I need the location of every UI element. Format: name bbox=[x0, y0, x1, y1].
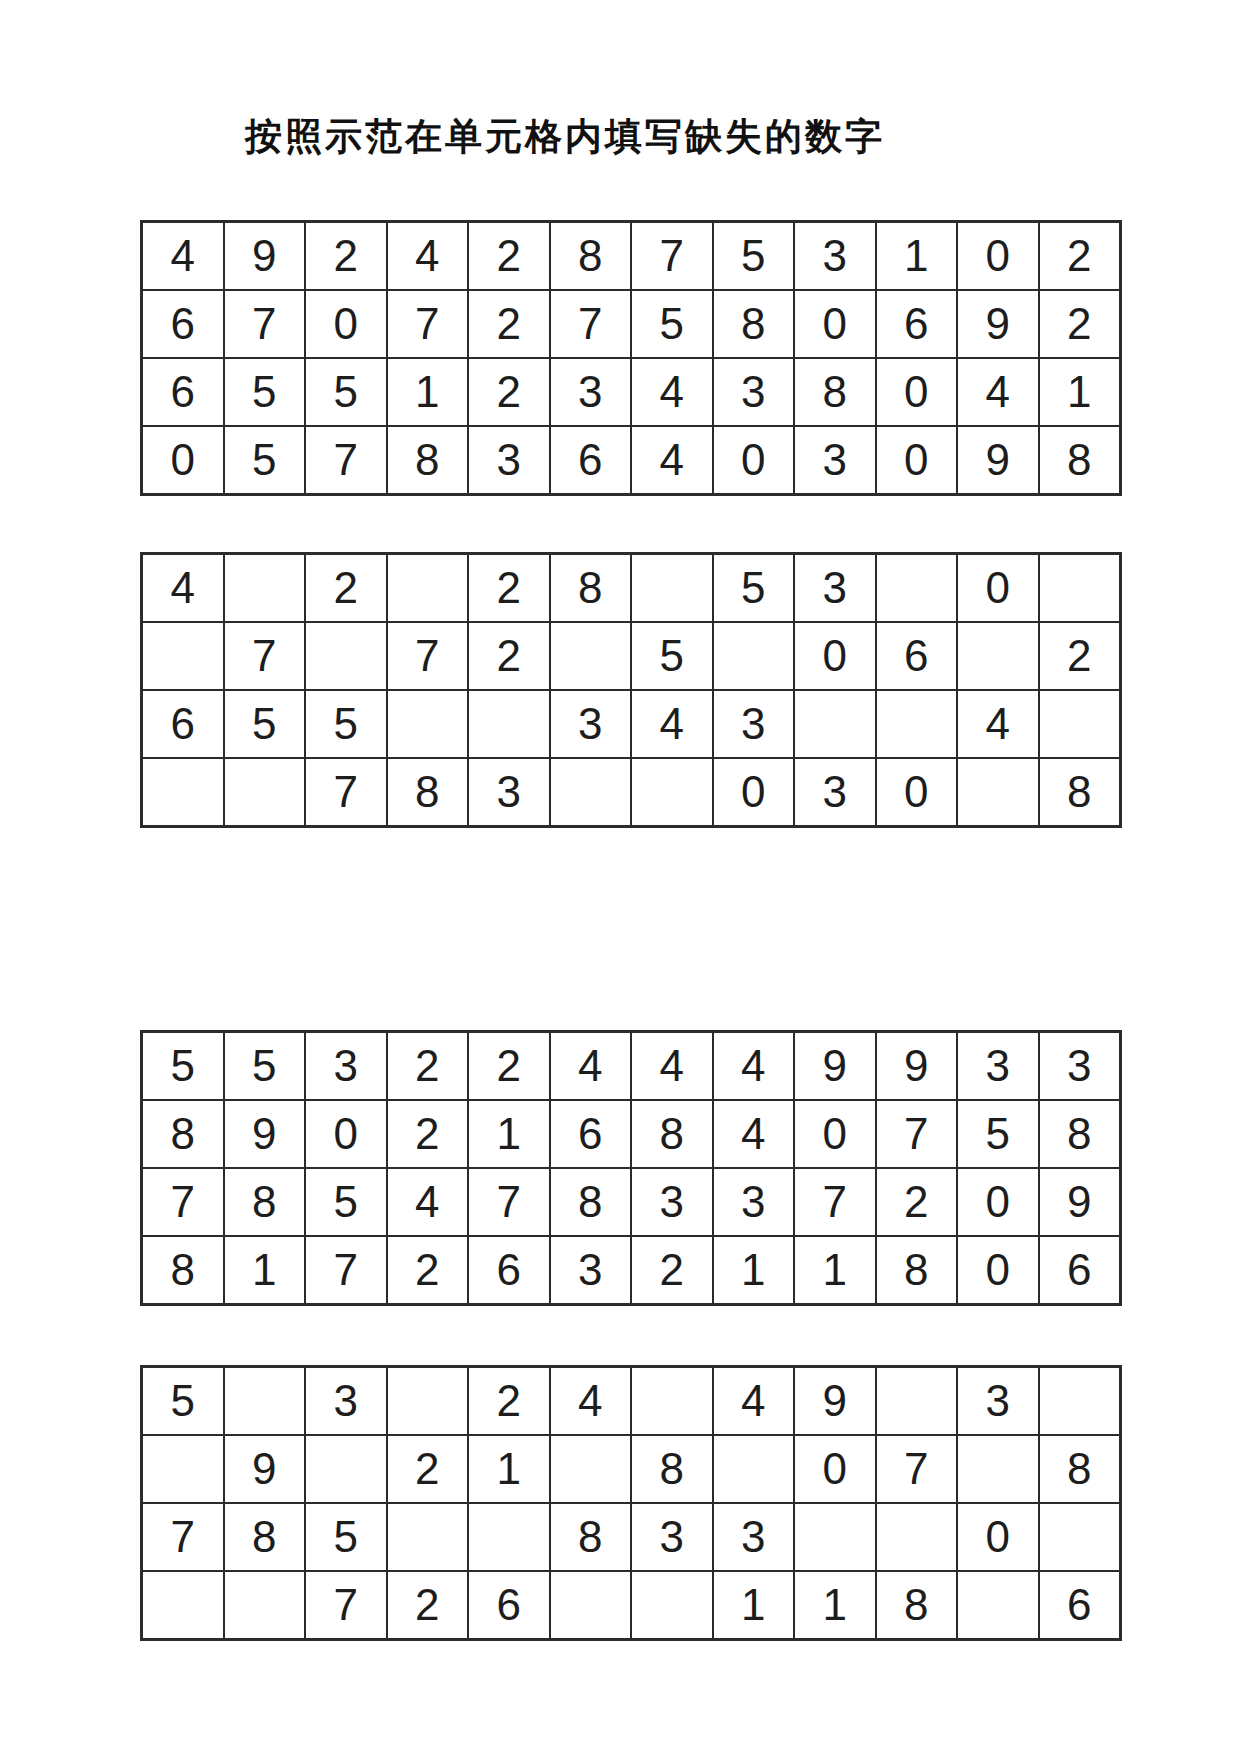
digit-cell-g1-r1-c8: 5 bbox=[713, 222, 795, 290]
digit-cell-g3-r3-c8: 3 bbox=[713, 1168, 795, 1236]
empty-cell-g2-r2-c1[interactable] bbox=[142, 622, 224, 690]
digit-cell-g1-r4-c9: 3 bbox=[794, 426, 876, 494]
digit-cell-g4-r3-c7: 3 bbox=[631, 1503, 713, 1571]
empty-cell-g4-r4-c2[interactable] bbox=[224, 1571, 306, 1639]
digit-cell-g3-r1-c4: 2 bbox=[387, 1032, 469, 1100]
digit-cell-g4-r3-c1: 7 bbox=[142, 1503, 224, 1571]
digit-cell-g3-r1-c5: 2 bbox=[468, 1032, 550, 1100]
digit-cell-g4-r2-c10: 7 bbox=[876, 1435, 958, 1503]
digit-cell-g1-r3-c7: 4 bbox=[631, 358, 713, 426]
digit-cell-g3-r4-c7: 2 bbox=[631, 1236, 713, 1304]
digit-cell-g2-r1-c9: 3 bbox=[794, 554, 876, 622]
digit-cell-g3-r3-c2: 8 bbox=[224, 1168, 306, 1236]
digit-cell-g4-r4-c3: 7 bbox=[305, 1571, 387, 1639]
empty-cell-g2-r4-c6[interactable] bbox=[550, 758, 632, 826]
empty-cell-g2-r4-c1[interactable] bbox=[142, 758, 224, 826]
digit-cell-g2-r2-c9: 0 bbox=[794, 622, 876, 690]
digit-cell-g3-r3-c1: 7 bbox=[142, 1168, 224, 1236]
digit-cell-g3-r1-c12: 3 bbox=[1039, 1032, 1121, 1100]
digit-cell-g1-r2-c8: 8 bbox=[713, 290, 795, 358]
empty-cell-g4-r1-c10[interactable] bbox=[876, 1367, 958, 1435]
empty-cell-g4-r2-c3[interactable] bbox=[305, 1435, 387, 1503]
digit-cell-g4-r4-c9: 1 bbox=[794, 1571, 876, 1639]
digit-cell-g4-r3-c8: 3 bbox=[713, 1503, 795, 1571]
digit-cell-g4-r3-c2: 8 bbox=[224, 1503, 306, 1571]
empty-cell-g4-r1-c4[interactable] bbox=[387, 1367, 469, 1435]
digit-cell-g1-r4-c3: 7 bbox=[305, 426, 387, 494]
digit-cell-g2-r1-c8: 5 bbox=[713, 554, 795, 622]
digit-cell-g2-r4-c10: 0 bbox=[876, 758, 958, 826]
empty-cell-g2-r3-c12[interactable] bbox=[1039, 690, 1121, 758]
digit-cell-g3-r2-c8: 4 bbox=[713, 1100, 795, 1168]
digit-cell-g1-r3-c9: 8 bbox=[794, 358, 876, 426]
digit-cell-g1-r4-c6: 6 bbox=[550, 426, 632, 494]
example-grid-1: 4924287531026707275806926551234380410578… bbox=[140, 220, 1122, 496]
digit-cell-g2-r4-c4: 8 bbox=[387, 758, 469, 826]
digit-cell-g1-r3-c1: 6 bbox=[142, 358, 224, 426]
digit-cell-g3-r4-c11: 0 bbox=[957, 1236, 1039, 1304]
digit-cell-g3-r4-c1: 8 bbox=[142, 1236, 224, 1304]
digit-cell-g3-r4-c4: 2 bbox=[387, 1236, 469, 1304]
digit-cell-g2-r1-c1: 4 bbox=[142, 554, 224, 622]
digit-cell-g3-r3-c3: 5 bbox=[305, 1168, 387, 1236]
digit-cell-g1-r1-c10: 1 bbox=[876, 222, 958, 290]
digit-cell-g1-r3-c5: 2 bbox=[468, 358, 550, 426]
digit-cell-g4-r3-c3: 5 bbox=[305, 1503, 387, 1571]
digit-cell-g4-r3-c11: 0 bbox=[957, 1503, 1039, 1571]
digit-cell-g2-r3-c1: 6 bbox=[142, 690, 224, 758]
empty-cell-g2-r4-c2[interactable] bbox=[224, 758, 306, 826]
digit-cell-g1-r1-c12: 2 bbox=[1039, 222, 1121, 290]
digit-cell-g1-r4-c8: 0 bbox=[713, 426, 795, 494]
digit-cell-g3-r4-c5: 6 bbox=[468, 1236, 550, 1304]
digit-cell-g3-r2-c9: 0 bbox=[794, 1100, 876, 1168]
digit-cell-g2-r1-c6: 8 bbox=[550, 554, 632, 622]
fill-in-grid-1: 4228530772506265534347830308 bbox=[140, 552, 1122, 828]
digit-cell-g2-r4-c8: 0 bbox=[713, 758, 795, 826]
empty-cell-g2-r2-c6[interactable] bbox=[550, 622, 632, 690]
digit-cell-g3-r3-c9: 7 bbox=[794, 1168, 876, 1236]
digit-cell-g1-r3-c3: 5 bbox=[305, 358, 387, 426]
digit-cell-g1-r1-c9: 3 bbox=[794, 222, 876, 290]
digit-cell-g1-r1-c7: 7 bbox=[631, 222, 713, 290]
digit-cell-g1-r3-c11: 4 bbox=[957, 358, 1039, 426]
empty-cell-g4-r2-c6[interactable] bbox=[550, 1435, 632, 1503]
empty-cell-g2-r3-c9[interactable] bbox=[794, 690, 876, 758]
digit-cell-g4-r2-c9: 0 bbox=[794, 1435, 876, 1503]
digit-cell-g1-r1-c6: 8 bbox=[550, 222, 632, 290]
empty-cell-g2-r3-c4[interactable] bbox=[387, 690, 469, 758]
empty-cell-g4-r2-c1[interactable] bbox=[142, 1435, 224, 1503]
digit-cell-g2-r4-c9: 3 bbox=[794, 758, 876, 826]
empty-cell-g2-r1-c2[interactable] bbox=[224, 554, 306, 622]
digit-cell-g2-r1-c3: 2 bbox=[305, 554, 387, 622]
empty-cell-g2-r4-c7[interactable] bbox=[631, 758, 713, 826]
digit-cell-g1-r4-c2: 5 bbox=[224, 426, 306, 494]
digit-cell-g3-r2-c12: 8 bbox=[1039, 1100, 1121, 1168]
digit-cell-g1-r4-c11: 9 bbox=[957, 426, 1039, 494]
digit-cell-g2-r3-c11: 4 bbox=[957, 690, 1039, 758]
empty-cell-g4-r3-c5[interactable] bbox=[468, 1503, 550, 1571]
digit-cell-g1-r2-c9: 0 bbox=[794, 290, 876, 358]
empty-cell-g4-r1-c2[interactable] bbox=[224, 1367, 306, 1435]
digit-cell-g3-r2-c6: 6 bbox=[550, 1100, 632, 1168]
digit-cell-g3-r4-c9: 1 bbox=[794, 1236, 876, 1304]
digit-cell-g1-r1-c2: 9 bbox=[224, 222, 306, 290]
digit-cell-g1-r2-c10: 6 bbox=[876, 290, 958, 358]
digit-cell-g4-r1-c8: 4 bbox=[713, 1367, 795, 1435]
empty-cell-g4-r2-c8[interactable] bbox=[713, 1435, 795, 1503]
digit-cell-g4-r1-c1: 5 bbox=[142, 1367, 224, 1435]
digit-cell-g1-r4-c4: 8 bbox=[387, 426, 469, 494]
digit-cell-g3-r2-c4: 2 bbox=[387, 1100, 469, 1168]
digit-cell-g2-r3-c8: 3 bbox=[713, 690, 795, 758]
digit-cell-g4-r3-c6: 8 bbox=[550, 1503, 632, 1571]
empty-cell-g2-r1-c7[interactable] bbox=[631, 554, 713, 622]
digit-cell-g1-r2-c5: 2 bbox=[468, 290, 550, 358]
digit-cell-g1-r3-c6: 3 bbox=[550, 358, 632, 426]
digit-cell-g2-r2-c7: 5 bbox=[631, 622, 713, 690]
digit-cell-g3-r3-c6: 8 bbox=[550, 1168, 632, 1236]
digit-cell-g2-r1-c5: 2 bbox=[468, 554, 550, 622]
empty-cell-g4-r3-c10[interactable] bbox=[876, 1503, 958, 1571]
digit-cell-g1-r3-c4: 1 bbox=[387, 358, 469, 426]
digit-cell-g1-r1-c3: 2 bbox=[305, 222, 387, 290]
digit-cell-g4-r1-c5: 2 bbox=[468, 1367, 550, 1435]
digit-cell-g3-r2-c1: 8 bbox=[142, 1100, 224, 1168]
digit-cell-g3-r1-c6: 4 bbox=[550, 1032, 632, 1100]
digit-cell-g1-r4-c12: 8 bbox=[1039, 426, 1121, 494]
digit-cell-g4-r4-c4: 2 bbox=[387, 1571, 469, 1639]
digit-cell-g2-r2-c10: 6 bbox=[876, 622, 958, 690]
digit-cell-g3-r2-c5: 1 bbox=[468, 1100, 550, 1168]
digit-cell-g2-r3-c3: 5 bbox=[305, 690, 387, 758]
digit-cell-g1-r2-c2: 7 bbox=[224, 290, 306, 358]
digit-cell-g3-r2-c11: 5 bbox=[957, 1100, 1039, 1168]
digit-cell-g3-r2-c3: 0 bbox=[305, 1100, 387, 1168]
digit-cell-g3-r3-c7: 3 bbox=[631, 1168, 713, 1236]
digit-cell-g1-r1-c5: 2 bbox=[468, 222, 550, 290]
digit-cell-g1-r2-c6: 7 bbox=[550, 290, 632, 358]
digit-cell-g1-r1-c1: 4 bbox=[142, 222, 224, 290]
digit-cell-g4-r2-c7: 8 bbox=[631, 1435, 713, 1503]
digit-cell-g4-r2-c4: 2 bbox=[387, 1435, 469, 1503]
digit-cell-g3-r2-c2: 9 bbox=[224, 1100, 306, 1168]
digit-cell-g1-r2-c4: 7 bbox=[387, 290, 469, 358]
fill-in-grid-2: 5324493921807878583307261186 bbox=[140, 1365, 1122, 1641]
empty-cell-g2-r2-c11[interactable] bbox=[957, 622, 1039, 690]
empty-cell-g4-r1-c12[interactable] bbox=[1039, 1367, 1121, 1435]
empty-cell-g4-r4-c6[interactable] bbox=[550, 1571, 632, 1639]
empty-cell-g4-r1-c7[interactable] bbox=[631, 1367, 713, 1435]
empty-cell-g4-r4-c1[interactable] bbox=[142, 1571, 224, 1639]
empty-cell-g4-r3-c9[interactable] bbox=[794, 1503, 876, 1571]
digit-cell-g3-r4-c2: 1 bbox=[224, 1236, 306, 1304]
digit-cell-g4-r1-c9: 9 bbox=[794, 1367, 876, 1435]
empty-cell-g4-r4-c7[interactable] bbox=[631, 1571, 713, 1639]
digit-cell-g4-r1-c6: 4 bbox=[550, 1367, 632, 1435]
digit-cell-g2-r4-c5: 3 bbox=[468, 758, 550, 826]
digit-cell-g4-r4-c8: 1 bbox=[713, 1571, 795, 1639]
digit-cell-g1-r1-c11: 0 bbox=[957, 222, 1039, 290]
example-grid-2: 5532244499338902168407587854783372098172… bbox=[140, 1030, 1122, 1306]
digit-cell-g3-r1-c8: 4 bbox=[713, 1032, 795, 1100]
digit-cell-g4-r1-c3: 3 bbox=[305, 1367, 387, 1435]
digit-cell-g1-r1-c4: 4 bbox=[387, 222, 469, 290]
digit-cell-g2-r2-c5: 2 bbox=[468, 622, 550, 690]
digit-cell-g2-r4-c12: 8 bbox=[1039, 758, 1121, 826]
digit-cell-g3-r1-c2: 5 bbox=[224, 1032, 306, 1100]
digit-cell-g4-r4-c5: 6 bbox=[468, 1571, 550, 1639]
worksheet-title: 按照示范在单元格内填写缺失的数字 bbox=[0, 112, 1130, 162]
digit-cell-g3-r1-c11: 3 bbox=[957, 1032, 1039, 1100]
digit-cell-g3-r2-c7: 8 bbox=[631, 1100, 713, 1168]
digit-cell-g3-r1-c3: 3 bbox=[305, 1032, 387, 1100]
digit-cell-g3-r4-c3: 7 bbox=[305, 1236, 387, 1304]
empty-cell-g2-r3-c5[interactable] bbox=[468, 690, 550, 758]
digit-cell-g1-r2-c3: 0 bbox=[305, 290, 387, 358]
digit-cell-g2-r1-c11: 0 bbox=[957, 554, 1039, 622]
empty-cell-g2-r1-c10[interactable] bbox=[876, 554, 958, 622]
digit-cell-g1-r2-c12: 2 bbox=[1039, 290, 1121, 358]
digit-cell-g3-r4-c10: 8 bbox=[876, 1236, 958, 1304]
digit-cell-g4-r2-c12: 8 bbox=[1039, 1435, 1121, 1503]
digit-cell-g2-r2-c2: 7 bbox=[224, 622, 306, 690]
empty-cell-g2-r2-c3[interactable] bbox=[305, 622, 387, 690]
digit-cell-g3-r4-c12: 6 bbox=[1039, 1236, 1121, 1304]
digit-cell-g3-r3-c12: 9 bbox=[1039, 1168, 1121, 1236]
empty-cell-g2-r1-c4[interactable] bbox=[387, 554, 469, 622]
digit-cell-g1-r4-c10: 0 bbox=[876, 426, 958, 494]
empty-cell-g2-r3-c10[interactable] bbox=[876, 690, 958, 758]
digit-cell-g4-r2-c2: 9 bbox=[224, 1435, 306, 1503]
empty-cell-g4-r2-c11[interactable] bbox=[957, 1435, 1039, 1503]
digit-cell-g1-r3-c2: 5 bbox=[224, 358, 306, 426]
digit-cell-g3-r3-c4: 4 bbox=[387, 1168, 469, 1236]
empty-cell-g4-r3-c4[interactable] bbox=[387, 1503, 469, 1571]
digit-cell-g3-r1-c10: 9 bbox=[876, 1032, 958, 1100]
empty-cell-g2-r2-c8[interactable] bbox=[713, 622, 795, 690]
digit-cell-g4-r1-c11: 3 bbox=[957, 1367, 1039, 1435]
worksheet-page: 按照示范在单元格内填写缺失的数字 49242875310267072758069… bbox=[0, 0, 1240, 1754]
digit-cell-g1-r2-c7: 5 bbox=[631, 290, 713, 358]
digit-cell-g4-r4-c12: 6 bbox=[1039, 1571, 1121, 1639]
digit-cell-g3-r4-c6: 3 bbox=[550, 1236, 632, 1304]
digit-cell-g2-r3-c2: 5 bbox=[224, 690, 306, 758]
digit-cell-g1-r2-c1: 6 bbox=[142, 290, 224, 358]
digit-cell-g3-r3-c5: 7 bbox=[468, 1168, 550, 1236]
digit-cell-g4-r4-c10: 8 bbox=[876, 1571, 958, 1639]
digit-cell-g1-r3-c8: 3 bbox=[713, 358, 795, 426]
digit-cell-g1-r4-c1: 0 bbox=[142, 426, 224, 494]
digit-cell-g3-r1-c1: 5 bbox=[142, 1032, 224, 1100]
empty-cell-g4-r4-c11[interactable] bbox=[957, 1571, 1039, 1639]
digit-cell-g3-r1-c7: 4 bbox=[631, 1032, 713, 1100]
digit-cell-g2-r4-c3: 7 bbox=[305, 758, 387, 826]
empty-cell-g2-r1-c12[interactable] bbox=[1039, 554, 1121, 622]
digit-cell-g2-r2-c4: 7 bbox=[387, 622, 469, 690]
empty-cell-g4-r3-c12[interactable] bbox=[1039, 1503, 1121, 1571]
digit-cell-g1-r2-c11: 9 bbox=[957, 290, 1039, 358]
digit-cell-g3-r2-c10: 7 bbox=[876, 1100, 958, 1168]
digit-cell-g2-r2-c12: 2 bbox=[1039, 622, 1121, 690]
digit-cell-g3-r4-c8: 1 bbox=[713, 1236, 795, 1304]
digit-cell-g1-r3-c12: 1 bbox=[1039, 358, 1121, 426]
empty-cell-g2-r4-c11[interactable] bbox=[957, 758, 1039, 826]
digit-cell-g4-r2-c5: 1 bbox=[468, 1435, 550, 1503]
digit-cell-g1-r3-c10: 0 bbox=[876, 358, 958, 426]
digit-cell-g3-r3-c10: 2 bbox=[876, 1168, 958, 1236]
digit-cell-g1-r4-c7: 4 bbox=[631, 426, 713, 494]
digit-cell-g3-r3-c11: 0 bbox=[957, 1168, 1039, 1236]
digit-cell-g1-r4-c5: 3 bbox=[468, 426, 550, 494]
digit-cell-g2-r3-c6: 3 bbox=[550, 690, 632, 758]
digit-cell-g3-r1-c9: 9 bbox=[794, 1032, 876, 1100]
digit-cell-g2-r3-c7: 4 bbox=[631, 690, 713, 758]
